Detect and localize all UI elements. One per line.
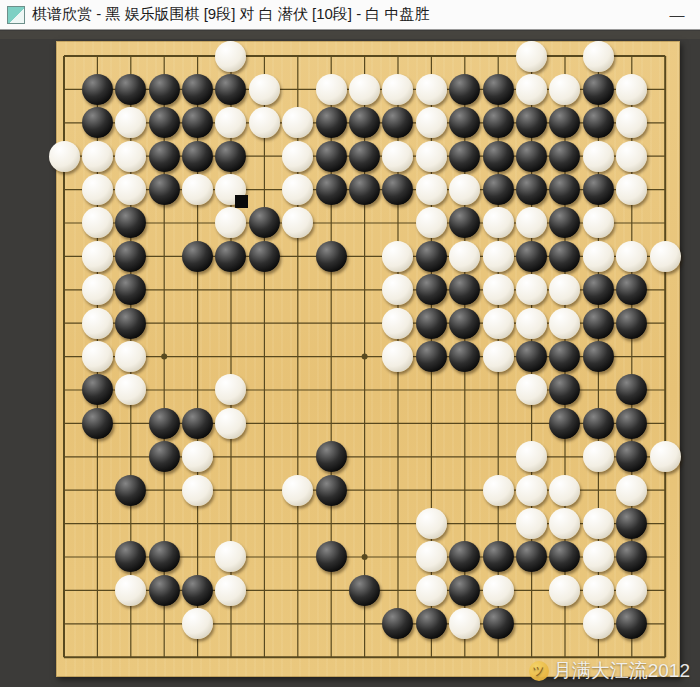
black-stone bbox=[182, 74, 213, 105]
white-stone bbox=[416, 575, 447, 606]
black-stone bbox=[549, 241, 580, 272]
black-stone bbox=[82, 107, 113, 138]
black-stone bbox=[483, 541, 514, 572]
white-stone bbox=[549, 74, 580, 105]
black-stone bbox=[115, 74, 146, 105]
black-stone bbox=[249, 241, 280, 272]
kifu-viewer-window: 棋谱欣赏 - 黑 娱乐版围棋 [9段] 对 白 潜伏 [10段] - 白 中盘胜… bbox=[0, 0, 700, 687]
white-stone bbox=[282, 475, 313, 506]
board-grid bbox=[47, 39, 681, 673]
white-stone bbox=[282, 141, 313, 172]
white-stone bbox=[483, 341, 514, 372]
black-stone bbox=[516, 541, 547, 572]
black-stone bbox=[416, 341, 447, 372]
white-stone bbox=[483, 475, 514, 506]
white-stone bbox=[449, 241, 480, 272]
minimize-button[interactable]: — bbox=[660, 0, 694, 29]
black-stone bbox=[549, 141, 580, 172]
black-stone bbox=[549, 174, 580, 205]
black-stone bbox=[483, 174, 514, 205]
white-stone bbox=[215, 374, 246, 405]
black-stone bbox=[449, 107, 480, 138]
black-stone bbox=[149, 408, 180, 439]
black-stone bbox=[316, 241, 347, 272]
white-stone bbox=[82, 174, 113, 205]
black-stone bbox=[416, 308, 447, 339]
white-stone bbox=[182, 608, 213, 639]
black-stone bbox=[583, 74, 614, 105]
white-stone bbox=[215, 107, 246, 138]
black-stone bbox=[583, 408, 614, 439]
white-stone bbox=[449, 608, 480, 639]
black-stone bbox=[215, 141, 246, 172]
black-stone bbox=[616, 541, 647, 572]
white-stone bbox=[249, 107, 280, 138]
white-stone bbox=[549, 575, 580, 606]
black-stone bbox=[349, 141, 380, 172]
app-icon bbox=[7, 6, 25, 24]
white-stone bbox=[616, 74, 647, 105]
black-stone bbox=[382, 174, 413, 205]
white-stone bbox=[449, 174, 480, 205]
white-stone bbox=[215, 541, 246, 572]
black-stone bbox=[82, 408, 113, 439]
black-stone bbox=[616, 508, 647, 539]
black-stone bbox=[416, 274, 447, 305]
white-stone bbox=[215, 575, 246, 606]
white-stone bbox=[616, 475, 647, 506]
white-stone bbox=[382, 274, 413, 305]
white-stone bbox=[583, 207, 614, 238]
black-stone bbox=[549, 207, 580, 238]
white-stone bbox=[549, 508, 580, 539]
black-stone bbox=[149, 141, 180, 172]
white-stone bbox=[249, 74, 280, 105]
white-stone bbox=[182, 441, 213, 472]
white-stone bbox=[583, 41, 614, 72]
black-stone bbox=[82, 374, 113, 405]
white-stone bbox=[416, 107, 447, 138]
black-stone bbox=[182, 575, 213, 606]
black-stone bbox=[316, 107, 347, 138]
white-stone bbox=[616, 141, 647, 172]
black-stone bbox=[149, 441, 180, 472]
black-stone bbox=[316, 441, 347, 472]
white-stone bbox=[282, 207, 313, 238]
white-stone bbox=[382, 74, 413, 105]
white-stone bbox=[483, 207, 514, 238]
window-title: 棋谱欣赏 - 黑 娱乐版围棋 [9段] 对 白 潜伏 [10段] - 白 中盘胜 bbox=[32, 5, 430, 24]
white-stone bbox=[483, 308, 514, 339]
black-stone bbox=[583, 107, 614, 138]
black-stone bbox=[115, 241, 146, 272]
black-stone bbox=[149, 541, 180, 572]
black-stone bbox=[616, 441, 647, 472]
black-stone bbox=[483, 608, 514, 639]
black-stone bbox=[583, 174, 614, 205]
last-move-marker bbox=[235, 195, 248, 208]
black-stone bbox=[516, 141, 547, 172]
black-stone bbox=[349, 174, 380, 205]
white-stone bbox=[349, 74, 380, 105]
white-stone bbox=[483, 274, 514, 305]
white-stone bbox=[82, 308, 113, 339]
white-stone bbox=[516, 308, 547, 339]
white-stone bbox=[616, 107, 647, 138]
white-stone bbox=[516, 508, 547, 539]
black-stone bbox=[516, 241, 547, 272]
white-stone bbox=[416, 141, 447, 172]
black-stone bbox=[182, 408, 213, 439]
white-stone bbox=[115, 341, 146, 372]
white-stone bbox=[282, 107, 313, 138]
white-stone bbox=[583, 508, 614, 539]
black-stone bbox=[115, 541, 146, 572]
black-stone bbox=[449, 308, 480, 339]
white-stone bbox=[82, 141, 113, 172]
black-stone bbox=[115, 475, 146, 506]
black-stone bbox=[449, 541, 480, 572]
black-stone bbox=[249, 207, 280, 238]
white-stone bbox=[416, 508, 447, 539]
white-stone bbox=[382, 341, 413, 372]
black-stone bbox=[483, 141, 514, 172]
black-stone bbox=[316, 174, 347, 205]
black-stone bbox=[616, 374, 647, 405]
white-stone bbox=[549, 475, 580, 506]
black-stone bbox=[516, 174, 547, 205]
black-stone bbox=[115, 308, 146, 339]
white-stone bbox=[650, 441, 681, 472]
white-stone bbox=[516, 374, 547, 405]
white-stone bbox=[616, 575, 647, 606]
white-stone bbox=[616, 241, 647, 272]
board-frame: ツ 月满大江流2012 bbox=[0, 31, 700, 687]
black-stone bbox=[549, 408, 580, 439]
black-stone bbox=[449, 207, 480, 238]
white-stone bbox=[516, 475, 547, 506]
black-stone bbox=[416, 241, 447, 272]
black-stone bbox=[616, 274, 647, 305]
white-stone bbox=[583, 575, 614, 606]
white-stone bbox=[182, 174, 213, 205]
white-stone bbox=[650, 241, 681, 272]
black-stone bbox=[516, 107, 547, 138]
black-stone bbox=[349, 575, 380, 606]
white-stone bbox=[316, 74, 347, 105]
black-stone bbox=[316, 541, 347, 572]
black-stone bbox=[215, 74, 246, 105]
black-stone bbox=[182, 141, 213, 172]
black-stone bbox=[316, 141, 347, 172]
white-stone bbox=[115, 575, 146, 606]
white-stone bbox=[382, 141, 413, 172]
white-stone bbox=[182, 475, 213, 506]
white-stone bbox=[549, 308, 580, 339]
white-stone bbox=[215, 207, 246, 238]
black-stone bbox=[616, 308, 647, 339]
black-stone bbox=[549, 374, 580, 405]
black-stone bbox=[449, 575, 480, 606]
black-stone bbox=[149, 107, 180, 138]
black-stone bbox=[483, 107, 514, 138]
black-stone bbox=[349, 107, 380, 138]
white-stone bbox=[516, 441, 547, 472]
white-stone bbox=[583, 441, 614, 472]
white-stone bbox=[616, 174, 647, 205]
black-stone bbox=[382, 107, 413, 138]
title-bar: 棋谱欣赏 - 黑 娱乐版围棋 [9段] 对 白 潜伏 [10段] - 白 中盘胜… bbox=[0, 0, 700, 30]
white-stone bbox=[516, 74, 547, 105]
watermark: ツ 月满大江流2012 bbox=[529, 659, 690, 683]
white-stone bbox=[483, 575, 514, 606]
white-stone bbox=[583, 141, 614, 172]
white-stone bbox=[215, 41, 246, 72]
black-stone bbox=[149, 174, 180, 205]
white-stone bbox=[382, 308, 413, 339]
white-stone bbox=[115, 141, 146, 172]
black-stone bbox=[182, 241, 213, 272]
white-stone bbox=[416, 207, 447, 238]
black-stone bbox=[616, 608, 647, 639]
white-stone bbox=[82, 274, 113, 305]
go-board bbox=[56, 41, 680, 677]
black-stone bbox=[82, 74, 113, 105]
white-stone bbox=[82, 207, 113, 238]
white-stone bbox=[115, 107, 146, 138]
white-stone bbox=[215, 408, 246, 439]
white-stone bbox=[416, 541, 447, 572]
white-stone bbox=[82, 341, 113, 372]
white-stone bbox=[115, 174, 146, 205]
black-stone bbox=[115, 207, 146, 238]
black-stone bbox=[516, 341, 547, 372]
white-stone bbox=[583, 241, 614, 272]
white-stone bbox=[115, 374, 146, 405]
white-stone bbox=[583, 608, 614, 639]
black-stone bbox=[583, 308, 614, 339]
black-stone bbox=[449, 141, 480, 172]
white-stone bbox=[416, 174, 447, 205]
black-stone bbox=[316, 475, 347, 506]
black-stone bbox=[416, 608, 447, 639]
black-stone bbox=[549, 541, 580, 572]
white-stone bbox=[49, 141, 80, 172]
white-stone bbox=[282, 174, 313, 205]
black-stone bbox=[449, 74, 480, 105]
black-stone bbox=[382, 608, 413, 639]
white-stone bbox=[516, 41, 547, 72]
black-stone bbox=[215, 241, 246, 272]
black-stone bbox=[583, 274, 614, 305]
black-stone bbox=[182, 107, 213, 138]
white-stone bbox=[549, 274, 580, 305]
moon-face-icon: ツ bbox=[529, 661, 549, 681]
black-stone bbox=[549, 341, 580, 372]
white-stone bbox=[416, 74, 447, 105]
black-stone bbox=[583, 341, 614, 372]
black-stone bbox=[149, 74, 180, 105]
black-stone bbox=[449, 274, 480, 305]
white-stone bbox=[82, 241, 113, 272]
white-stone bbox=[483, 241, 514, 272]
black-stone bbox=[483, 74, 514, 105]
white-stone bbox=[583, 541, 614, 572]
watermark-text: 月满大江流2012 bbox=[553, 658, 690, 684]
white-stone bbox=[382, 241, 413, 272]
black-stone bbox=[549, 107, 580, 138]
white-stone bbox=[516, 207, 547, 238]
white-stone bbox=[215, 174, 246, 205]
black-stone bbox=[149, 575, 180, 606]
black-stone bbox=[616, 408, 647, 439]
black-stone bbox=[449, 341, 480, 372]
black-stone bbox=[115, 274, 146, 305]
white-stone bbox=[516, 274, 547, 305]
